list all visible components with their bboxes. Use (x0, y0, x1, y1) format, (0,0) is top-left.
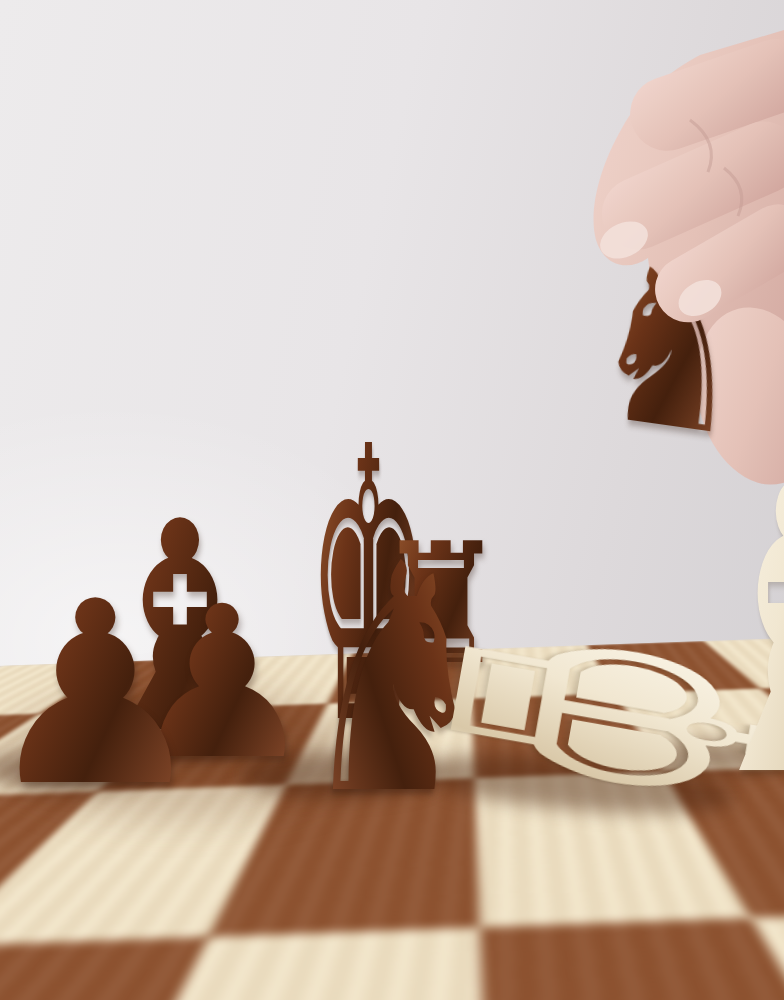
photo-scene: ♚ ♜ ♝ ♟ ♟ ♞ ♚ ♝ ♞ (0, 0, 784, 1000)
board-distance-haze (0, 637, 784, 1000)
held-knight-piece: ♞ (577, 224, 765, 470)
finger-middle (590, 110, 784, 261)
white-bishop-shadow (636, 740, 784, 774)
finger-crease (690, 120, 742, 216)
pawn-b-shadow (126, 732, 246, 762)
finger-nail-middle (594, 214, 654, 265)
dark-rook-shadow (362, 640, 462, 662)
palm (594, 30, 784, 470)
finger-top (620, 29, 784, 161)
chessboard (0, 637, 784, 1000)
dark-bishop-shadow (60, 702, 180, 728)
palm-heel (678, 294, 784, 499)
finger-index (643, 192, 784, 334)
finger-nail-index (672, 273, 728, 324)
dark-knight-shadow (240, 752, 440, 798)
